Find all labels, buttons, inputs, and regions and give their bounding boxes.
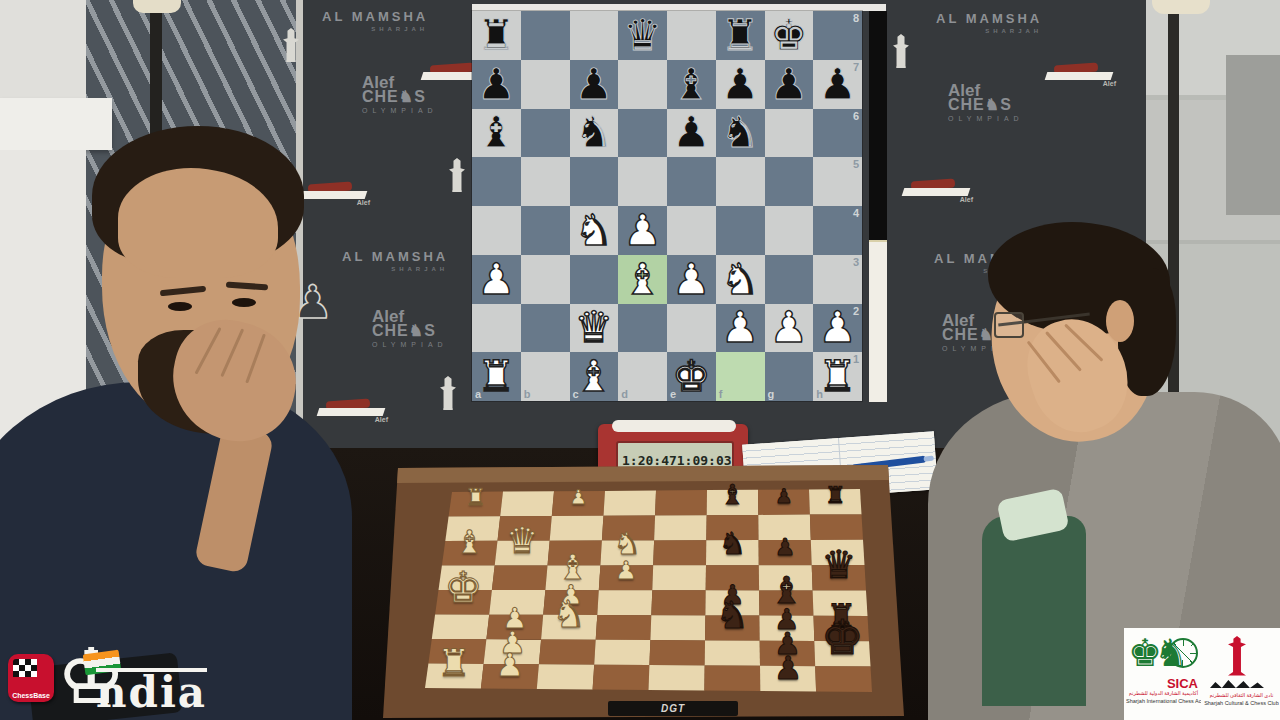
square-e2[interactable] [667,304,716,353]
player-right-shirt [982,516,1086,706]
physical-white-piece: ♟ [615,556,637,585]
black-bishop-e7[interactable]: ♝ [672,63,711,106]
physical-white-piece: ♜ [465,483,486,511]
rank-label-3: 3 [853,256,859,268]
sica-logo[interactable]: ♚♞ SICA أكاديمية الشارقة الدولية للشطرنج… [1124,628,1202,720]
file-label-h: h [816,388,823,400]
square-d2[interactable] [618,304,667,353]
file-label-c: c [573,388,579,400]
square-d3[interactable]: ♝ [618,255,667,304]
club-tower-icon [1228,636,1246,682]
square-a8[interactable]: ♜ [472,11,521,60]
square-h5[interactable]: 5 [813,157,862,206]
square-g5[interactable] [765,157,814,206]
black-pawn-g7[interactable]: ♟ [770,63,809,106]
shelf-graphic: Alef [1046,56,1112,84]
physical-black-piece: ♚ [821,609,864,664]
club-english-name: Sharjah Cultural & Chess Club [1204,700,1279,706]
evaluation-bar [869,11,887,402]
broadcast-frame: AL MAMSHASHARJAH AL MAMSHASHARJAH AL MAM… [0,0,1280,720]
square-e8[interactable] [667,11,716,60]
square-c8[interactable] [570,11,619,60]
black-pawn-f7[interactable]: ♟ [721,63,760,106]
square-a3[interactable]: ♟ [472,255,521,304]
square-d1[interactable]: d [618,352,667,401]
square-h4[interactable]: 4 [813,206,862,255]
square-e3[interactable]: ♟ [667,255,716,304]
white-knight-f3[interactable]: ♞ [721,258,760,301]
square-b1[interactable]: b [521,352,570,401]
venue-logo: AL MAMSHASHARJAH [342,250,448,276]
square-g1[interactable]: g [765,352,814,401]
square-f1[interactable]: f [716,352,765,401]
physical-black-piece: ♝ [720,479,744,510]
square-b6[interactable] [521,109,570,158]
physical-white-piece: ♟ [569,487,587,510]
square-f7[interactable]: ♟ [716,60,765,109]
black-bishop-a6[interactable]: ♝ [477,111,516,154]
rank-label-5: 5 [853,158,859,170]
player-left-eye [168,302,192,311]
square-f4[interactable] [716,206,765,255]
chessbase-logo[interactable]: ChessBase [8,654,54,702]
black-knight-c6[interactable]: ♞ [575,111,614,154]
square-d7[interactable] [618,60,667,109]
rank-label-6: 6 [853,110,859,122]
rank-label-2: 2 [853,305,859,317]
rank-label-1: 1 [853,353,859,365]
lamp-cap-left [133,0,181,13]
physical-black-piece: ♟ [775,532,796,559]
club-arabic-name: نادي الشارقة الثقافي للشطرنج [1204,692,1279,698]
square-d6[interactable] [618,109,667,158]
venue-logo: AL MAMSHASHARJAH [322,10,428,36]
file-label-f: f [719,388,723,400]
sica-ferris-wheel-icon [1168,638,1198,668]
white-pawn-g2[interactable]: ♟ [770,306,809,349]
shelf-graphic: Alef [300,175,366,203]
square-f5[interactable] [716,157,765,206]
player-right-ear [1106,300,1134,342]
square-a2[interactable] [472,304,521,353]
physical-white-piece: ♛ [506,520,538,562]
square-e5[interactable] [667,157,716,206]
square-b3[interactable] [521,255,570,304]
square-b2[interactable] [521,304,570,353]
white-pawn-h2[interactable]: ♟ [818,306,857,349]
square-f3[interactable]: ♞ [716,255,765,304]
black-rook-f8[interactable]: ♜ [721,14,760,57]
window-sill [0,98,112,150]
square-g2[interactable]: ♟ [765,304,814,353]
sica-english-name: Sharjah International Chess Academy [1126,698,1201,704]
event-logo: AlefCHE♞SOLYMPIAD [948,84,1024,126]
white-bishop-c1[interactable]: ♝ [575,355,614,398]
square-h2[interactable]: ♟2 [813,304,862,353]
square-b8[interactable] [521,11,570,60]
white-pawn-e3[interactable]: ♟ [672,258,711,301]
physical-white-piece: ♟ [495,647,524,685]
square-b4[interactable] [521,206,570,255]
square-h3[interactable]: 3 [813,255,862,304]
square-g7[interactable]: ♟ [765,60,814,109]
event-logo: AlefCHE♞SOLYMPIAD [372,310,448,352]
square-c5[interactable] [570,157,619,206]
overlay-top-strip [472,4,886,11]
square-f6[interactable]: ♞ [716,109,765,158]
square-f2[interactable]: ♟ [716,304,765,353]
square-b5[interactable] [521,157,570,206]
file-label-g: g [768,388,775,400]
square-h8[interactable]: 8 [813,11,862,60]
rank-label-8: 8 [853,12,859,24]
black-rook-a8[interactable]: ♜ [477,14,516,57]
square-d5[interactable] [618,157,667,206]
square-d8[interactable]: ♛ [618,11,667,60]
square-e6[interactable]: ♟ [667,109,716,158]
file-label-e: e [670,388,676,400]
square-e4[interactable] [667,206,716,255]
black-pawn-a7[interactable]: ♟ [477,63,516,106]
square-c7[interactable]: ♟ [570,60,619,109]
dgt-board-label: DGT [608,701,738,716]
player-left-eye [232,298,256,307]
square-e1[interactable]: ♚e [667,352,716,401]
sica-wordmark: SICA [1167,676,1198,691]
physical-black-piece: ♜ [825,481,846,509]
square-d4[interactable]: ♟ [618,206,667,255]
black-knight-f6[interactable]: ♞ [721,111,760,154]
lamp-pole-right [1168,12,1179,436]
black-king-g8[interactable]: ♚ [770,14,809,57]
square-h6[interactable]: 6 [813,109,862,158]
physical-chessboard: ♜♟♝♟♜♝♛♞♞♟♝♟♛♚♟♟♝♟♞♞♟♜♟♟♚♜♟♟ [360,428,940,720]
white-pawn-f2[interactable]: ♟ [721,306,760,349]
physical-white-piece: ♜ [437,641,471,685]
physical-black-piece: ♞ [716,593,750,637]
square-a5[interactable] [472,157,521,206]
square-a1[interactable]: ♜a [472,352,521,401]
physical-white-piece: ♝ [455,523,484,561]
square-h1[interactable]: ♜1h [813,352,862,401]
black-pawn-c7[interactable]: ♟ [575,63,614,106]
square-e7[interactable]: ♝ [667,60,716,109]
square-a6[interactable]: ♝ [472,109,521,158]
square-f8[interactable]: ♜ [716,11,765,60]
white-rook-a1[interactable]: ♜ [477,355,516,398]
chessbase-checker-icon [13,659,37,677]
white-pawn-a3[interactable]: ♟ [477,258,516,301]
black-queen-d8[interactable]: ♛ [623,14,662,57]
square-g8[interactable]: ♚ [765,11,814,60]
backdrop-edge [296,0,303,470]
club-pieces-icon [1210,678,1264,688]
sica-arabic-name: أكاديمية الشارقة الدولية للشطرنج [1126,690,1201,696]
file-label-d: d [621,388,628,400]
sponsor-logo-box: ♚♞ SICA أكاديمية الشارقة الدولية للشطرنج… [1124,628,1280,720]
glasses-lens [994,312,1024,338]
black-pawn-e6[interactable]: ♟ [672,111,711,154]
india-wordmark: ndia [96,668,207,714]
white-queen-c2[interactable]: ♛ [575,306,614,349]
shelf-graphic: Alef [318,392,384,420]
rank-label-4: 4 [853,207,859,219]
square-b7[interactable] [521,60,570,109]
square-g3[interactable] [765,255,814,304]
square-a4[interactable] [472,206,521,255]
square-h7[interactable]: ♟7 [813,60,862,109]
outdoor-pillar [1226,55,1280,215]
evaluation-bar-white [869,240,887,402]
shelf-graphic: Alef [903,172,969,200]
physical-white-piece: ♚ [444,563,482,612]
square-g4[interactable] [765,206,814,255]
square-c6[interactable]: ♞ [570,109,619,158]
physical-black-piece: ♟ [775,485,793,508]
digital-chessboard: ♜♛♜♚8♟♟♝♟♟♟7♝♞♟♞65♞♟4♟♝♟♞3♛♟♟♟2♜ab♝cd♚ef… [472,11,862,401]
physical-black-piece: ♞ [719,526,746,561]
square-c3[interactable] [570,255,619,304]
white-bishop-d3[interactable]: ♝ [623,258,662,301]
square-g6[interactable] [765,109,814,158]
venue-logo: AL MAMSHASHARJAH [936,12,1042,38]
white-rook-h1[interactable]: ♜ [818,355,857,398]
square-a7[interactable]: ♟ [472,60,521,109]
physical-white-piece: ♞ [552,592,586,636]
file-label-a: a [475,388,481,400]
square-c1[interactable]: ♝c [570,352,619,401]
white-pawn-d4[interactable]: ♟ [623,209,662,252]
square-c4[interactable]: ♞ [570,206,619,255]
white-king-e1[interactable]: ♚ [672,355,711,398]
physical-black-piece: ♛ [821,542,856,587]
square-c2[interactable]: ♛ [570,304,619,353]
rank-label-7: 7 [853,61,859,73]
white-knight-c4[interactable]: ♞ [575,209,614,252]
file-label-b: b [524,388,531,400]
chessbase-wordmark: ChessBase [8,692,54,699]
lamp-cap-right [1152,0,1210,14]
black-pawn-h7[interactable]: ♟ [818,63,857,106]
physical-black-piece: ♟ [774,649,803,687]
sharjah-club-logo[interactable]: نادي الشارقة الثقافي للشطرنج Sharjah Cul… [1202,628,1280,720]
